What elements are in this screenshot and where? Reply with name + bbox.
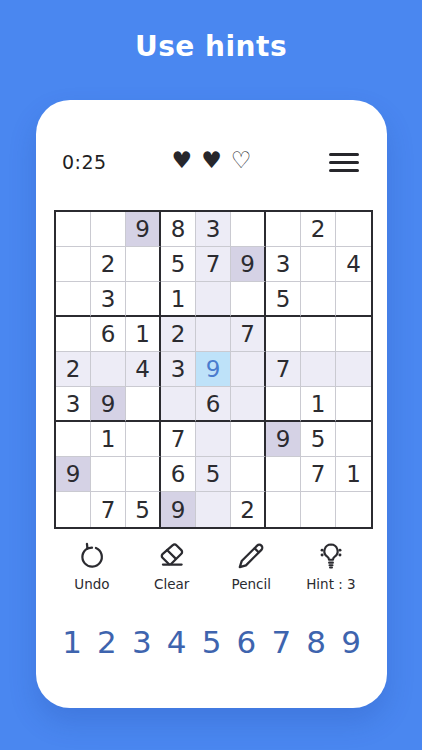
sudoku-cell-r7c5[interactable] — [196, 422, 231, 457]
hamburger-menu-icon[interactable] — [329, 153, 359, 173]
sudoku-cell-r7c6[interactable] — [231, 422, 266, 457]
sudoku-cell-r6c1[interactable]: 3 — [56, 387, 91, 422]
sudoku-cell-r4c1[interactable] — [56, 317, 91, 352]
sudoku-cell-r8c3[interactable] — [126, 457, 161, 492]
sudoku-cell-r2c1[interactable] — [56, 247, 91, 282]
sudoku-cell-r1c5[interactable]: 3 — [196, 212, 231, 247]
numpad-4[interactable]: 4 — [163, 618, 191, 666]
hint-button[interactable]: Hint : 3 — [302, 540, 360, 592]
sudoku-cell-r3c7[interactable]: 5 — [266, 282, 301, 317]
clear-label: Clear — [154, 576, 189, 592]
sudoku-cell-r8c2[interactable] — [91, 457, 126, 492]
sudoku-cell-r2c3[interactable] — [126, 247, 161, 282]
sudoku-cell-r3c3[interactable] — [126, 282, 161, 317]
sudoku-cell-r5c8[interactable] — [301, 352, 336, 387]
lightbulb-icon — [315, 540, 347, 572]
sudoku-cell-r6c7[interactable] — [266, 387, 301, 422]
sudoku-cell-r7c3[interactable] — [126, 422, 161, 457]
sudoku-cell-r9c4[interactable]: 9 — [161, 492, 196, 527]
pencil-button[interactable]: Pencil — [222, 540, 280, 592]
sudoku-cell-r9c7[interactable] — [266, 492, 301, 527]
numpad-8[interactable]: 8 — [302, 618, 330, 666]
numpad-5[interactable]: 5 — [198, 618, 226, 666]
sudoku-app-screen: Use hints 0:25 ♥♥♡ 983225793431561272439… — [0, 0, 422, 750]
hint-label: Hint : 3 — [306, 576, 355, 592]
sudoku-cell-r9c6[interactable]: 2 — [231, 492, 266, 527]
sudoku-cell-r3c9[interactable] — [336, 282, 371, 317]
sudoku-board: 983225793431561272439739611795965717592 — [54, 210, 373, 529]
sudoku-cell-r1c8[interactable]: 2 — [301, 212, 336, 247]
sudoku-cell-r6c8[interactable]: 1 — [301, 387, 336, 422]
sudoku-cell-r5c2[interactable] — [91, 352, 126, 387]
sudoku-cell-r2c6[interactable]: 9 — [231, 247, 266, 282]
undo-label: Undo — [74, 576, 109, 592]
sudoku-cell-r8c9[interactable]: 1 — [336, 457, 371, 492]
sudoku-cell-r5c9[interactable] — [336, 352, 371, 387]
sudoku-cell-r5c6[interactable] — [231, 352, 266, 387]
sudoku-cell-r5c5[interactable]: 9 — [196, 352, 231, 387]
sudoku-cell-r1c1[interactable] — [56, 212, 91, 247]
game-card: 0:25 ♥♥♡ 9832257934315612724397396117959… — [36, 100, 387, 708]
sudoku-cell-r8c1[interactable]: 9 — [56, 457, 91, 492]
sudoku-cell-r1c2[interactable] — [91, 212, 126, 247]
menu-bar — [329, 169, 359, 172]
sudoku-cell-r5c7[interactable]: 7 — [266, 352, 301, 387]
sudoku-cell-r9c3[interactable]: 5 — [126, 492, 161, 527]
sudoku-cell-r2c4[interactable]: 5 — [161, 247, 196, 282]
clear-button[interactable]: Clear — [143, 540, 201, 592]
sudoku-cell-r3c1[interactable] — [56, 282, 91, 317]
numpad-2[interactable]: 2 — [93, 618, 121, 666]
sudoku-cell-r8c5[interactable]: 5 — [196, 457, 231, 492]
sudoku-cell-r2c8[interactable] — [301, 247, 336, 282]
sudoku-cell-r3c2[interactable]: 3 — [91, 282, 126, 317]
menu-bar — [329, 161, 359, 164]
sudoku-cell-r6c2[interactable]: 9 — [91, 387, 126, 422]
menu-bar — [329, 153, 359, 156]
numpad-3[interactable]: 3 — [128, 618, 156, 666]
sudoku-cell-r4c9[interactable] — [336, 317, 371, 352]
sudoku-cell-r4c3[interactable]: 1 — [126, 317, 161, 352]
sudoku-cell-r8c8[interactable]: 7 — [301, 457, 336, 492]
sudoku-cell-r9c2[interactable]: 7 — [91, 492, 126, 527]
sudoku-cell-r7c7[interactable]: 9 — [266, 422, 301, 457]
sudoku-cell-r4c8[interactable] — [301, 317, 336, 352]
sudoku-cell-r7c8[interactable]: 5 — [301, 422, 336, 457]
sudoku-cell-r5c4[interactable]: 3 — [161, 352, 196, 387]
sudoku-cell-r9c9[interactable] — [336, 492, 371, 527]
sudoku-cell-r7c9[interactable] — [336, 422, 371, 457]
sudoku-cell-r7c2[interactable]: 1 — [91, 422, 126, 457]
undo-button[interactable]: Undo — [63, 540, 121, 592]
number-pad: 123456789 — [36, 618, 387, 666]
sudoku-cell-r6c4[interactable] — [161, 387, 196, 422]
numpad-9[interactable]: 9 — [337, 618, 365, 666]
numpad-6[interactable]: 6 — [232, 618, 260, 666]
sudoku-cell-r3c5[interactable] — [196, 282, 231, 317]
sudoku-cell-r6c3[interactable] — [126, 387, 161, 422]
sudoku-cell-r1c7[interactable] — [266, 212, 301, 247]
sudoku-cell-r8c7[interactable] — [266, 457, 301, 492]
sudoku-cell-r6c5[interactable]: 6 — [196, 387, 231, 422]
sudoku-cell-r7c4[interactable]: 7 — [161, 422, 196, 457]
sudoku-cell-r2c5[interactable]: 7 — [196, 247, 231, 282]
numpad-7[interactable]: 7 — [267, 618, 295, 666]
sudoku-cell-r4c2[interactable]: 6 — [91, 317, 126, 352]
game-header: 0:25 ♥♥♡ — [36, 146, 387, 182]
sudoku-cell-r3c4[interactable]: 1 — [161, 282, 196, 317]
eraser-icon — [156, 540, 188, 572]
sudoku-cell-r9c8[interactable] — [301, 492, 336, 527]
sudoku-cell-r4c5[interactable] — [196, 317, 231, 352]
pencil-icon — [235, 540, 267, 572]
sudoku-cell-r6c6[interactable] — [231, 387, 266, 422]
sudoku-cell-r4c4[interactable]: 2 — [161, 317, 196, 352]
sudoku-cell-r1c9[interactable] — [336, 212, 371, 247]
sudoku-cell-r9c5[interactable] — [196, 492, 231, 527]
sudoku-cell-r2c9[interactable]: 4 — [336, 247, 371, 282]
sudoku-cell-r5c3[interactable]: 4 — [126, 352, 161, 387]
sudoku-cell-r4c7[interactable] — [266, 317, 301, 352]
numpad-1[interactable]: 1 — [58, 618, 86, 666]
sudoku-cell-r6c9[interactable] — [336, 387, 371, 422]
sudoku-cell-r3c6[interactable] — [231, 282, 266, 317]
sudoku-cell-r9c1[interactable] — [56, 492, 91, 527]
sudoku-cell-r5c1[interactable]: 2 — [56, 352, 91, 387]
undo-icon — [76, 540, 108, 572]
sudoku-cell-r2c2[interactable]: 2 — [91, 247, 126, 282]
sudoku-cell-r2c7[interactable]: 3 — [266, 247, 301, 282]
sudoku-cell-r8c6[interactable] — [231, 457, 266, 492]
sudoku-cell-r1c4[interactable]: 8 — [161, 212, 196, 247]
pencil-label: Pencil — [232, 576, 271, 592]
sudoku-cell-r1c3[interactable]: 9 — [126, 212, 161, 247]
sudoku-cell-r7c1[interactable] — [56, 422, 91, 457]
toolbar: Undo Clear Pencil — [36, 540, 387, 592]
sudoku-cell-r1c6[interactable] — [231, 212, 266, 247]
sudoku-cell-r8c4[interactable]: 6 — [161, 457, 196, 492]
page-title: Use hints — [0, 30, 422, 63]
sudoku-cell-r4c6[interactable]: 7 — [231, 317, 266, 352]
sudoku-cell-r3c8[interactable] — [301, 282, 336, 317]
